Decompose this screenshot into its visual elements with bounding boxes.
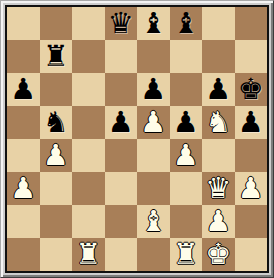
piece-black-pawn[interactable]: ♟ (173, 108, 199, 137)
square-g7[interactable] (202, 40, 235, 73)
square-h1[interactable] (235, 238, 268, 271)
square-e7[interactable] (137, 40, 170, 73)
square-a6[interactable]: ♟ (7, 73, 40, 106)
piece-white-pawn[interactable]: ♟ (205, 207, 231, 236)
square-f7[interactable] (170, 40, 203, 73)
square-c2[interactable] (72, 205, 105, 238)
square-b5[interactable]: ♞ (40, 106, 73, 139)
square-f6[interactable] (170, 73, 203, 106)
square-f1[interactable]: ♜ (170, 238, 203, 271)
square-e6[interactable]: ♟ (137, 73, 170, 106)
square-c1[interactable]: ♜ (72, 238, 105, 271)
piece-black-king[interactable]: ♚ (238, 75, 264, 104)
square-c4[interactable] (72, 139, 105, 172)
piece-white-pawn[interactable]: ♟ (140, 108, 166, 137)
square-b1[interactable] (40, 238, 73, 271)
piece-white-pawn[interactable]: ♟ (43, 141, 69, 170)
square-b2[interactable] (40, 205, 73, 238)
square-e2[interactable]: ♝ (137, 205, 170, 238)
square-c3[interactable] (72, 172, 105, 205)
piece-white-pawn[interactable]: ♟ (10, 174, 36, 203)
square-a7[interactable] (7, 40, 40, 73)
square-b3[interactable] (40, 172, 73, 205)
square-c5[interactable] (72, 106, 105, 139)
square-g6[interactable]: ♟ (202, 73, 235, 106)
piece-black-knight[interactable]: ♞ (43, 108, 69, 137)
square-h8[interactable] (235, 7, 268, 40)
square-d8[interactable]: ♛ (105, 7, 138, 40)
square-h5[interactable]: ♟ (235, 106, 268, 139)
square-f5[interactable]: ♟ (170, 106, 203, 139)
square-c6[interactable] (72, 73, 105, 106)
square-a8[interactable] (7, 7, 40, 40)
square-d6[interactable] (105, 73, 138, 106)
square-a5[interactable] (7, 106, 40, 139)
square-d2[interactable] (105, 205, 138, 238)
square-g4[interactable] (202, 139, 235, 172)
square-b4[interactable]: ♟ (40, 139, 73, 172)
piece-white-rook[interactable]: ♜ (173, 240, 199, 269)
square-f4[interactable]: ♟ (170, 139, 203, 172)
piece-white-pawn[interactable]: ♟ (173, 141, 199, 170)
square-g3[interactable]: ♛ (202, 172, 235, 205)
board-border: ♛♝♝♜♟♟♟♚♞♟♟♟♞♟♟♟♟♛♟♝♟♜♜♚ (5, 5, 269, 273)
piece-white-queen[interactable]: ♛ (205, 174, 231, 203)
piece-black-pawn[interactable]: ♟ (10, 75, 36, 104)
piece-black-queen[interactable]: ♛ (108, 9, 134, 38)
square-a3[interactable]: ♟ (7, 172, 40, 205)
square-h7[interactable] (235, 40, 268, 73)
square-d7[interactable] (105, 40, 138, 73)
square-b7[interactable]: ♜ (40, 40, 73, 73)
piece-white-knight[interactable]: ♞ (205, 108, 231, 137)
square-a1[interactable] (7, 238, 40, 271)
piece-white-pawn[interactable]: ♟ (238, 174, 264, 203)
piece-black-pawn[interactable]: ♟ (140, 75, 166, 104)
square-b8[interactable] (40, 7, 73, 40)
square-d4[interactable] (105, 139, 138, 172)
square-c7[interactable] (72, 40, 105, 73)
square-f3[interactable] (170, 172, 203, 205)
piece-white-king[interactable]: ♚ (205, 240, 231, 269)
square-g5[interactable]: ♞ (202, 106, 235, 139)
square-e1[interactable] (137, 238, 170, 271)
square-a4[interactable] (7, 139, 40, 172)
piece-black-pawn[interactable]: ♟ (205, 75, 231, 104)
square-h3[interactable]: ♟ (235, 172, 268, 205)
board-frame: ♛♝♝♜♟♟♟♚♞♟♟♟♞♟♟♟♟♛♟♝♟♜♜♚ (0, 0, 274, 278)
piece-black-bishop[interactable]: ♝ (173, 9, 199, 38)
piece-black-pawn[interactable]: ♟ (108, 108, 134, 137)
piece-black-rook[interactable]: ♜ (43, 42, 69, 71)
square-d3[interactable] (105, 172, 138, 205)
square-h2[interactable] (235, 205, 268, 238)
square-d5[interactable]: ♟ (105, 106, 138, 139)
square-h6[interactable]: ♚ (235, 73, 268, 106)
square-f2[interactable] (170, 205, 203, 238)
square-g1[interactable]: ♚ (202, 238, 235, 271)
piece-white-bishop[interactable]: ♝ (140, 207, 166, 236)
square-g2[interactable]: ♟ (202, 205, 235, 238)
square-e4[interactable] (137, 139, 170, 172)
piece-white-rook[interactable]: ♜ (75, 240, 101, 269)
square-b6[interactable] (40, 73, 73, 106)
square-c8[interactable] (72, 7, 105, 40)
square-d1[interactable] (105, 238, 138, 271)
square-a2[interactable] (7, 205, 40, 238)
square-e3[interactable] (137, 172, 170, 205)
piece-black-bishop[interactable]: ♝ (140, 9, 166, 38)
square-g8[interactable] (202, 7, 235, 40)
square-e8[interactable]: ♝ (137, 7, 170, 40)
chess-board: ♛♝♝♜♟♟♟♚♞♟♟♟♞♟♟♟♟♛♟♝♟♜♜♚ (7, 7, 267, 271)
square-f8[interactable]: ♝ (170, 7, 203, 40)
piece-black-pawn[interactable]: ♟ (238, 108, 264, 137)
square-h4[interactable] (235, 139, 268, 172)
square-e5[interactable]: ♟ (137, 106, 170, 139)
